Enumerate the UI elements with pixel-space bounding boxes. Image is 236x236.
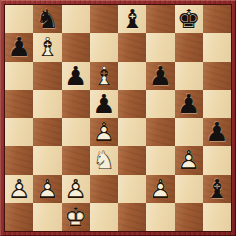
square-d8[interactable] bbox=[90, 5, 118, 33]
piece-white-pawn: ♟ bbox=[33, 175, 61, 203]
piece-white-king: ♚ bbox=[62, 203, 90, 231]
square-e3[interactable] bbox=[118, 146, 146, 174]
square-a4[interactable] bbox=[5, 118, 33, 146]
chess-board: ♞♝♚♟♝♗♟♝♗♟♟♟♟♙♟♞♘♟♙♟♙♟♙♟♙♟♙♝♚♔ bbox=[5, 5, 231, 231]
piece-white-pawn: ♟ bbox=[62, 175, 90, 203]
piece-white-pawn: ♟ bbox=[90, 118, 118, 146]
square-d4[interactable]: ♟♙ bbox=[90, 118, 118, 146]
square-f5[interactable] bbox=[146, 90, 174, 118]
square-d2[interactable] bbox=[90, 175, 118, 203]
square-h2[interactable]: ♝ bbox=[203, 175, 231, 203]
square-f1[interactable] bbox=[146, 203, 174, 231]
square-g5[interactable]: ♟ bbox=[175, 90, 203, 118]
square-c1[interactable]: ♚♔ bbox=[62, 203, 90, 231]
square-g4[interactable] bbox=[175, 118, 203, 146]
square-d3[interactable]: ♞♘ bbox=[90, 146, 118, 174]
piece-white-king: ♔ bbox=[62, 203, 90, 231]
piece-white-pawn: ♟ bbox=[5, 175, 33, 203]
square-f2[interactable]: ♟♙ bbox=[146, 175, 174, 203]
square-a1[interactable] bbox=[5, 203, 33, 231]
square-a6[interactable] bbox=[5, 62, 33, 90]
piece-white-pawn: ♙ bbox=[33, 175, 61, 203]
piece-white-pawn: ♙ bbox=[5, 175, 33, 203]
square-g1[interactable] bbox=[175, 203, 203, 231]
piece-black-pawn: ♟ bbox=[90, 90, 118, 118]
square-h1[interactable] bbox=[203, 203, 231, 231]
square-h3[interactable] bbox=[203, 146, 231, 174]
square-b3[interactable] bbox=[33, 146, 61, 174]
piece-white-bishop: ♝ bbox=[33, 33, 61, 61]
piece-black-pawn: ♟ bbox=[203, 118, 231, 146]
square-e5[interactable] bbox=[118, 90, 146, 118]
piece-white-bishop: ♝ bbox=[90, 62, 118, 90]
piece-white-pawn: ♟ bbox=[175, 146, 203, 174]
square-a7[interactable]: ♟ bbox=[5, 33, 33, 61]
piece-white-pawn: ♙ bbox=[90, 118, 118, 146]
square-g2[interactable] bbox=[175, 175, 203, 203]
square-g7[interactable] bbox=[175, 33, 203, 61]
square-e2[interactable] bbox=[118, 175, 146, 203]
board-frame: ♞♝♚♟♝♗♟♝♗♟♟♟♟♙♟♞♘♟♙♟♙♟♙♟♙♟♙♝♚♔ bbox=[0, 0, 236, 236]
square-d5[interactable]: ♟ bbox=[90, 90, 118, 118]
square-b6[interactable] bbox=[33, 62, 61, 90]
square-e7[interactable] bbox=[118, 33, 146, 61]
piece-black-pawn: ♟ bbox=[175, 90, 203, 118]
square-f4[interactable] bbox=[146, 118, 174, 146]
square-g3[interactable]: ♟♙ bbox=[175, 146, 203, 174]
square-c2[interactable]: ♟♙ bbox=[62, 175, 90, 203]
square-f7[interactable] bbox=[146, 33, 174, 61]
square-h4[interactable]: ♟ bbox=[203, 118, 231, 146]
square-b1[interactable] bbox=[33, 203, 61, 231]
piece-white-pawn: ♙ bbox=[62, 175, 90, 203]
piece-black-king: ♚ bbox=[175, 5, 203, 33]
piece-white-pawn: ♙ bbox=[175, 146, 203, 174]
square-d7[interactable] bbox=[90, 33, 118, 61]
square-e4[interactable] bbox=[118, 118, 146, 146]
piece-black-pawn: ♟ bbox=[146, 62, 174, 90]
square-g8[interactable]: ♚ bbox=[175, 5, 203, 33]
piece-white-knight: ♘ bbox=[90, 146, 118, 174]
square-e8[interactable]: ♝ bbox=[118, 5, 146, 33]
square-c6[interactable]: ♟ bbox=[62, 62, 90, 90]
square-b2[interactable]: ♟♙ bbox=[33, 175, 61, 203]
square-c3[interactable] bbox=[62, 146, 90, 174]
square-f6[interactable]: ♟ bbox=[146, 62, 174, 90]
piece-black-bishop: ♝ bbox=[118, 5, 146, 33]
square-c4[interactable] bbox=[62, 118, 90, 146]
square-b8[interactable]: ♞ bbox=[33, 5, 61, 33]
square-b4[interactable] bbox=[33, 118, 61, 146]
square-a2[interactable]: ♟♙ bbox=[5, 175, 33, 203]
square-a3[interactable] bbox=[5, 146, 33, 174]
square-h8[interactable] bbox=[203, 5, 231, 33]
piece-white-bishop: ♗ bbox=[90, 62, 118, 90]
square-d6[interactable]: ♝♗ bbox=[90, 62, 118, 90]
square-f8[interactable] bbox=[146, 5, 174, 33]
square-b5[interactable] bbox=[33, 90, 61, 118]
piece-white-bishop: ♗ bbox=[33, 33, 61, 61]
square-b7[interactable]: ♝♗ bbox=[33, 33, 61, 61]
square-d1[interactable] bbox=[90, 203, 118, 231]
piece-white-pawn: ♟ bbox=[146, 175, 174, 203]
square-h5[interactable] bbox=[203, 90, 231, 118]
square-e1[interactable] bbox=[118, 203, 146, 231]
piece-black-knight: ♞ bbox=[33, 5, 61, 33]
piece-black-pawn: ♟ bbox=[5, 33, 33, 61]
square-a8[interactable] bbox=[5, 5, 33, 33]
piece-white-knight: ♞ bbox=[90, 146, 118, 174]
square-f3[interactable] bbox=[146, 146, 174, 174]
square-h7[interactable] bbox=[203, 33, 231, 61]
square-c7[interactable] bbox=[62, 33, 90, 61]
square-c8[interactable] bbox=[62, 5, 90, 33]
piece-white-pawn: ♙ bbox=[146, 175, 174, 203]
square-e6[interactable] bbox=[118, 62, 146, 90]
piece-black-pawn: ♟ bbox=[62, 62, 90, 90]
piece-black-bishop: ♝ bbox=[203, 175, 231, 203]
square-c5[interactable] bbox=[62, 90, 90, 118]
square-g6[interactable] bbox=[175, 62, 203, 90]
square-a5[interactable] bbox=[5, 90, 33, 118]
square-h6[interactable] bbox=[203, 62, 231, 90]
